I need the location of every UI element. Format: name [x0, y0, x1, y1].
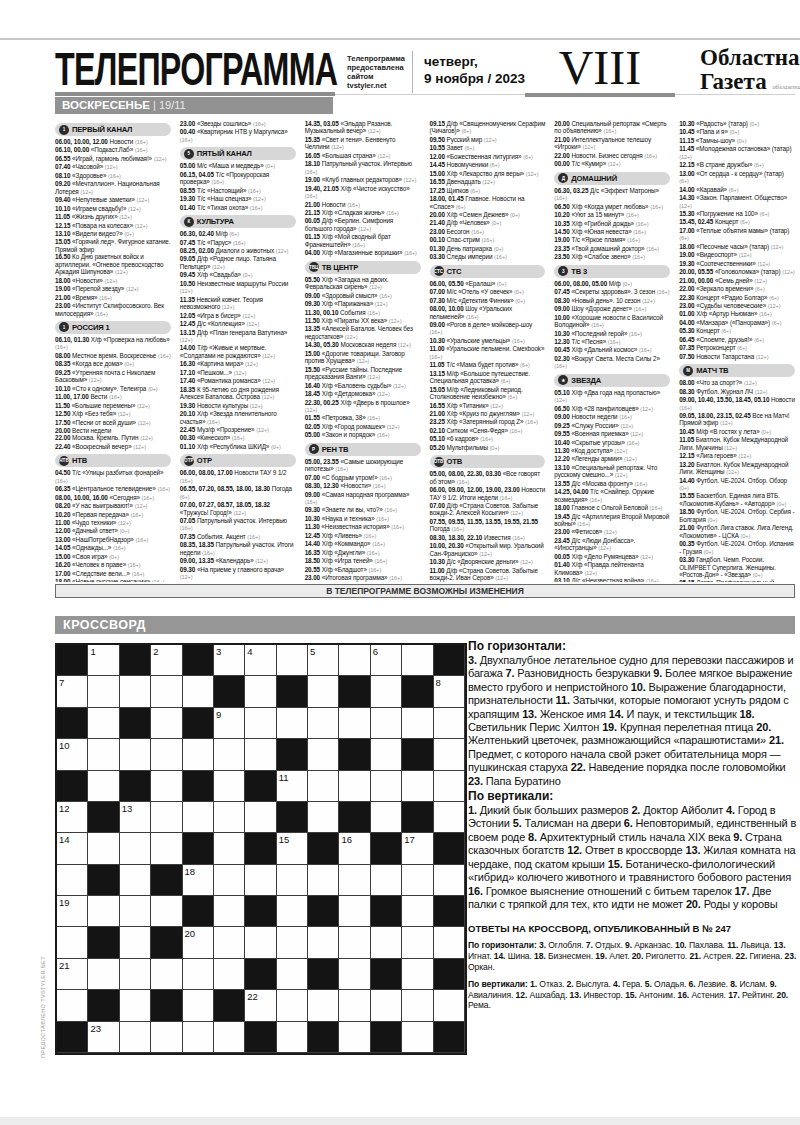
program-line: 08.30 Футбол. Журнал ЛЧ (12+): [679, 388, 795, 396]
crossword-cell[interactable]: [214, 865, 245, 896]
crossword-cell[interactable]: [57, 865, 88, 896]
age-rating: (12+): [133, 444, 146, 450]
crossword-cell[interactable]: [214, 959, 245, 990]
age-rating: (16+): [135, 139, 148, 145]
channel-logo-icon: Р: [309, 444, 319, 454]
crossword-cell[interactable]: [277, 927, 308, 958]
crossword-cell[interactable]: [88, 896, 119, 927]
age-rating: (0+): [510, 212, 520, 218]
channel-header: 5ПЯТЫЙ КАНАЛ: [180, 147, 296, 160]
program-line: 00.45 Х/ф «Дальний космос» (16+): [554, 346, 670, 354]
age-rating: (16+): [646, 246, 659, 252]
program-line: 08.00, 10.00, 16.00 «Сегодня» (16+): [55, 494, 171, 502]
crossword-cell[interactable]: 18: [183, 865, 214, 896]
program-line: 06.00, 10.00, 12.00 Новости (16+): [55, 138, 171, 146]
program-line: 09.00 Шоу «Дороже денег» (16+): [554, 305, 670, 313]
program-line: 20.10 Х/ф «Звезда пленительного счастья»…: [180, 410, 296, 426]
program-line: 11.50 Х/ф «Пираты XX века» (12+): [305, 317, 421, 325]
crossword-black-cell: [277, 739, 308, 770]
program-line: 06.50 Х/ф «Когда умрет любовь» (16+): [554, 203, 670, 211]
crossword-cell[interactable]: [371, 927, 402, 958]
channel-logo-icon: 1: [59, 125, 69, 135]
crossword-cell[interactable]: [339, 708, 370, 739]
program-line: 08.35 «Когда все дома» (0+): [55, 360, 171, 368]
age-rating: (6+): [760, 211, 770, 217]
age-rating: (6+): [456, 204, 466, 210]
crossword-black-cell: [57, 1022, 88, 1053]
crossword-cell[interactable]: [151, 959, 182, 990]
crossword-cell[interactable]: [120, 990, 151, 1021]
age-rating: (6+): [462, 128, 472, 134]
crossword-cell[interactable]: [277, 865, 308, 896]
crossword-cell[interactable]: [402, 896, 433, 927]
crossword-cell[interactable]: [120, 1022, 151, 1053]
crossword-cell[interactable]: [57, 990, 88, 1021]
program-line: 07.45 Т/с «Парус» (16+): [180, 239, 296, 247]
crossword-cell[interactable]: [339, 959, 370, 990]
crossword-cell[interactable]: [151, 1022, 182, 1053]
crossword-cell[interactable]: [88, 959, 119, 990]
crossword-cell[interactable]: [434, 802, 465, 833]
clue-number: 23: [90, 1023, 101, 1034]
crossword-black-cell: [277, 676, 308, 707]
age-rating: (12+): [522, 411, 535, 417]
age-rating: (16+): [554, 363, 567, 369]
brand-line: Газета облгазета.рф: [700, 70, 800, 99]
age-rating: (12+): [247, 321, 260, 327]
crossword-cell[interactable]: [402, 927, 433, 958]
crossword-cell[interactable]: 7: [57, 676, 88, 707]
crossword-cell[interactable]: [339, 645, 370, 676]
crossword-cell[interactable]: [402, 708, 433, 739]
crossword-cell[interactable]: [120, 927, 151, 958]
crossword-cell[interactable]: [339, 771, 370, 802]
age-rating: (12+): [482, 179, 495, 185]
program-line: 13.10 «Видели видео?» (0+): [55, 230, 171, 238]
clue-number: 3: [216, 646, 221, 657]
crossword-cell[interactable]: [434, 771, 465, 802]
brand-line: Областная: [700, 46, 800, 70]
crossword-cell[interactable]: 4: [245, 645, 276, 676]
tv-columns: 1ПЕРВЫЙ КАНАЛ06.00, 10.00, 12.00 Новости…: [55, 120, 795, 582]
crossword-grid: 1234567891011121314151617181920212223: [55, 643, 467, 1055]
crossword-black-cell: [120, 771, 151, 802]
crossword-cell[interactable]: [245, 676, 276, 707]
crossword-cell[interactable]: [214, 927, 245, 958]
crossword-cell[interactable]: 20: [183, 927, 214, 958]
clue-number: 20: [185, 928, 196, 939]
program-line: 00.35 Футбол. ЧЕ-2024. Отбор. Испания - …: [679, 540, 795, 556]
age-rating: (16+): [135, 147, 148, 153]
crossword-black-cell: [308, 1022, 339, 1053]
program-line: 13.00 «От сердца - к сердцу» (татар) (6+…: [679, 170, 795, 186]
age-rating: (12+): [726, 469, 739, 475]
program-line: 11.30 «Неизвестная история» (16+): [305, 523, 421, 531]
crossword-cell[interactable]: [371, 771, 402, 802]
program-line: 02.05 Х/ф «Город ромашек» (12+): [305, 423, 421, 431]
crossword-cell[interactable]: [308, 708, 339, 739]
crossword-cell[interactable]: [183, 802, 214, 833]
program-line: 13.35 «Алексей Баталов. Человек без недо…: [305, 325, 421, 341]
crossword-cell[interactable]: [308, 865, 339, 896]
crossword-cell[interactable]: [120, 896, 151, 927]
age-rating: (16+): [389, 575, 402, 581]
program-line: 17.50 «Песни от всей души» (12+): [55, 419, 171, 427]
age-rating: (6+): [729, 187, 739, 193]
crossword-cell[interactable]: [88, 739, 119, 770]
crossword-cell[interactable]: [151, 676, 182, 707]
crossword-cell[interactable]: [151, 739, 182, 770]
program-line: 15.00 «Дорогие товарищи. Заговор против …: [305, 350, 421, 366]
age-rating: (16+): [233, 240, 246, 246]
crossword-cell[interactable]: [120, 865, 151, 896]
program-line: 23.00 «Звезды сошлись» (16+): [180, 120, 296, 128]
crossword-cell[interactable]: 16: [339, 833, 370, 864]
clue-number: 19: [59, 897, 70, 908]
crossword-cell[interactable]: 14: [57, 833, 88, 864]
crossword-black-cell: [339, 802, 370, 833]
crossword-cell[interactable]: [371, 865, 402, 896]
crossword-black-cell: [371, 896, 402, 927]
program-line: 16.40 Х/ф «Баловень судьбы» (12+): [305, 382, 421, 390]
age-rating: (16+): [633, 229, 646, 235]
crossword-cell[interactable]: 12: [57, 802, 88, 833]
crossword-cell[interactable]: [245, 708, 276, 739]
program-line: 07.05 Патрульный участок. Интервью (16+): [180, 517, 296, 533]
age-rating: (12+): [608, 161, 621, 167]
crossword-cell[interactable]: [214, 896, 245, 927]
channel-name: ОТВ: [447, 457, 462, 466]
age-rating: (16+): [635, 481, 648, 487]
crossword-cell[interactable]: [88, 771, 119, 802]
channel-name: ОТР: [197, 456, 212, 465]
crossword-cell[interactable]: [308, 739, 339, 770]
program-line: 09.30 «Знаете ли вы, что?» (16+): [305, 506, 421, 514]
program-line: 10.40 «Скрытые угрозы» (16+): [554, 439, 670, 447]
crossword-cell[interactable]: [402, 645, 433, 676]
program-line: 10.30 «Последний герой» (16+): [554, 330, 670, 338]
crossword-cell[interactable]: [151, 771, 182, 802]
program-line: 21.00 Интеллектуальное телешоу «Игроки» …: [554, 136, 670, 152]
program-line: 10.30 «Наука и техника» (16+): [305, 515, 421, 523]
program-line: 10.45 М/ф «В гостях у лета» (0+): [679, 428, 795, 436]
crossword-black-cell: [183, 771, 214, 802]
crossword-cell[interactable]: [371, 990, 402, 1021]
crossword-cell[interactable]: 17: [402, 833, 433, 864]
crossword-cell[interactable]: [183, 1022, 214, 1053]
crossword-cell[interactable]: [277, 896, 308, 927]
age-rating: (12+): [640, 406, 653, 412]
channel-header: РРЕН ТВ: [305, 443, 421, 456]
crossword-cell[interactable]: [214, 802, 245, 833]
crossword-cell[interactable]: [402, 1022, 433, 1053]
age-rating: (12+): [126, 286, 139, 292]
horizontal-clues: 3. Двухпалубное летательное судно для пе…: [468, 654, 798, 788]
crossword-cell[interactable]: [277, 990, 308, 1021]
crossword-cell[interactable]: [339, 896, 370, 927]
crossword-cell[interactable]: [402, 771, 433, 802]
crossword-cell[interactable]: 10: [57, 739, 88, 770]
crossword-cell[interactable]: [277, 1022, 308, 1053]
program-line: 09.05, 18.00, 23.15, 02.45 Все на Матч! …: [679, 412, 795, 428]
crossword-cell[interactable]: [434, 708, 465, 739]
crossword-cell[interactable]: [245, 739, 276, 770]
issue-day: 9 ноября / 2023: [424, 70, 525, 87]
program-line: 08.35, 18.35 Патрульный участок. Итоги н…: [180, 541, 296, 557]
program-line: 19.30 Новости культуры (12+): [180, 402, 296, 410]
age-rating: (16+): [632, 254, 645, 260]
crossword-cell[interactable]: [151, 802, 182, 833]
crossword-cell[interactable]: [245, 865, 276, 896]
crossword-cell[interactable]: [339, 990, 370, 1021]
channel-logo-icon: ТВЦ: [309, 262, 319, 272]
crossword-cell[interactable]: [214, 739, 245, 770]
age-rating: (12+): [375, 301, 388, 307]
crossword-cell[interactable]: [245, 802, 276, 833]
crossword-black-cell: [120, 645, 151, 676]
crossword-black-cell: [88, 990, 119, 1021]
clue-number: 4: [247, 646, 252, 657]
crossword-cell[interactable]: [402, 959, 433, 990]
age-rating: (0+): [622, 281, 632, 287]
provider-line: сайтом: [347, 72, 405, 81]
program-line: 14.35, 03.05 «Эльдар Рязанов. Музыкальны…: [305, 120, 421, 136]
age-rating: (6+): [470, 188, 480, 194]
program-line: 06.35 «Центральное телевидение» (16+): [55, 485, 171, 493]
age-rating: (6+): [772, 320, 782, 326]
program-line: 18.10 Патрульный участок. Интервью (16+): [305, 160, 421, 176]
age-rating: (12+): [368, 128, 381, 134]
crossword-black-cell: [402, 739, 433, 770]
age-rating: (16+): [554, 195, 567, 201]
age-rating: (12+): [358, 226, 371, 232]
program-line: 17.40 «Романтика романса» (12+): [180, 377, 296, 385]
age-rating: (16+): [369, 567, 382, 573]
crossword-cell[interactable]: [214, 1022, 245, 1053]
age-rating: (16+): [305, 193, 318, 199]
crossword-cell[interactable]: [120, 959, 151, 990]
program-line: 08.20 «У нас выигрывают!» (12+): [55, 502, 171, 510]
age-rating: (12+): [393, 383, 406, 389]
age-rating: (12+): [118, 520, 131, 526]
channel-logo-icon: 1: [59, 322, 69, 332]
program-line: 11.50 «Большие перемены» (12+): [55, 402, 171, 410]
crossword-cell[interactable]: 13: [120, 802, 151, 833]
crossword-cell[interactable]: 6: [371, 645, 402, 676]
program-line: 12.15 «Повара на колесах» (12+): [55, 222, 171, 230]
age-rating: (12+): [738, 453, 751, 459]
age-rating: (12+): [620, 423, 633, 429]
age-rating: (12+): [245, 361, 258, 367]
crossword-cell[interactable]: 22: [245, 990, 276, 1021]
age-rating: (12+): [583, 144, 596, 150]
crossword-cell[interactable]: [183, 739, 214, 770]
age-rating: (6+): [740, 219, 750, 225]
age-rating: (16+): [634, 306, 647, 312]
program-line: 01.40 Т/с «Тихая охота» (16+): [180, 204, 296, 212]
crossword-cell[interactable]: [120, 676, 151, 707]
program-line: 09.50 Русский мир (12+): [430, 136, 546, 144]
program-line: 03.10 Д/с «Неизвестная война» (16+): [554, 577, 670, 582]
crossword-cell[interactable]: [183, 676, 214, 707]
crossword-cell[interactable]: [245, 927, 276, 958]
page-number: VIII: [525, 40, 675, 95]
crossword-cell[interactable]: [214, 771, 245, 802]
program-line: 03.30 Следы империи (16+): [430, 253, 546, 261]
clue-number: 10: [59, 740, 70, 751]
tv-column: 09.15 Д/ф «Священномученик Серафим (Чича…: [430, 120, 546, 582]
day-header: ВОСКРЕСЕНЬЕ | 19/11: [55, 97, 333, 114]
crossword-cell[interactable]: [434, 865, 465, 896]
age-rating: (6+): [679, 178, 689, 184]
program-line: 22.40 «Воскресный вечер» (12+): [55, 443, 171, 451]
age-rating: (16+): [250, 205, 263, 211]
crossword-cell[interactable]: [402, 865, 433, 896]
crossword-black-cell: [245, 833, 276, 864]
crossword-cell[interactable]: [151, 708, 182, 739]
program-line: 12.30 Т/с «Песня» (16+): [554, 338, 670, 346]
program-line: 08.30, 12.30 «Новости» (16+): [305, 482, 421, 490]
age-rating: (12+): [262, 353, 275, 359]
crossword-cell[interactable]: [402, 990, 433, 1021]
crossword-cell[interactable]: [371, 739, 402, 770]
age-rating: (6+): [754, 337, 764, 343]
crossword-cell[interactable]: 1: [88, 645, 119, 676]
crossword-cell[interactable]: [57, 927, 88, 958]
age-rating: (12+): [554, 397, 567, 403]
crossword-cell[interactable]: [151, 833, 182, 864]
program-line: 14.00 «Каравай» (6+): [679, 186, 795, 194]
crossword-cell[interactable]: 21: [57, 959, 88, 990]
program-line: 12.50 Х/ф «Без тебя» (12+): [55, 410, 171, 418]
crossword-cell[interactable]: [183, 959, 214, 990]
crossword-cell[interactable]: [371, 802, 402, 833]
crossword-cell[interactable]: 2: [151, 645, 182, 676]
age-rating: (12+): [720, 420, 733, 426]
crossword-cell[interactable]: [88, 708, 119, 739]
crossword-cell[interactable]: [183, 990, 214, 1021]
crossword-black-cell: [339, 676, 370, 707]
clue-number: 22: [247, 991, 258, 1002]
age-rating: (16+): [650, 505, 663, 511]
age-rating: (12+): [80, 189, 93, 195]
program-line: 07.00 Д/ф «Страна Советов. Забытые вожди…: [430, 502, 546, 518]
age-rating: (0+): [777, 501, 787, 507]
age-rating: (0+): [515, 298, 525, 304]
channel-name: НТВ: [72, 456, 87, 465]
crossword-cell[interactable]: 5: [308, 645, 339, 676]
crossword-cell[interactable]: [339, 927, 370, 958]
age-rating: (16+): [113, 545, 126, 551]
program-line: 23.00 Бесогон (16+): [430, 228, 546, 236]
age-rating: (16+): [589, 497, 602, 503]
crossword-cell[interactable]: [308, 927, 339, 958]
crossword-cell[interactable]: [308, 990, 339, 1021]
clue-number: 15: [279, 834, 290, 845]
program-line: 23.00 «Итоговая программа» (16+): [305, 574, 421, 582]
crossword-cell[interactable]: 23: [88, 1022, 119, 1053]
age-rating: (6+): [679, 235, 689, 241]
crossword-cell[interactable]: 8: [434, 676, 465, 707]
masthead: ТЕЛЕПРОГРАММА Телепрограмма предоставлен…: [55, 48, 795, 100]
program-line: 01.00 Х/ф «Артур Ньюман» (16+): [679, 310, 795, 318]
program-line: 20.00 Х/ф «Семен Дежнев» (0+): [430, 211, 546, 219]
program-line: 00.30 «Кинескоп» (16+): [180, 434, 296, 442]
age-rating: (16+): [512, 338, 525, 344]
program-line: 09.00, 10.40, 15.50, 18.45, 05.10 Новост…: [679, 396, 795, 412]
crossword-cell[interactable]: [277, 645, 308, 676]
age-rating: (12+): [180, 337, 193, 343]
program-line: 16.50 Ко Дню ракетных войск и артиллерии…: [55, 253, 171, 276]
program-line: 08.30, 18.30, 22.10 Известия (16+): [430, 534, 546, 542]
program-line: 23.00 «Фетисов» (12+): [554, 528, 670, 536]
channel-header: ТВЦТВ ЦЕНТР: [305, 261, 421, 274]
channel-logo-icon: 3: [558, 266, 568, 276]
channel-logo-icon: ОТВ: [434, 457, 444, 467]
crossword-cell[interactable]: [339, 1022, 370, 1053]
crossword-cell[interactable]: [151, 896, 182, 927]
crossword-cell[interactable]: [88, 833, 119, 864]
program-line: 10.30 Д/с «Дворянские деньги» (12+): [430, 558, 546, 566]
age-rating: (12+): [744, 380, 757, 386]
crossword-cell[interactable]: [339, 865, 370, 896]
program-line: 14.05 «Однажды...» (16+): [55, 544, 171, 552]
crossword-cell[interactable]: [308, 771, 339, 802]
age-rating: (0+): [109, 554, 119, 560]
age-rating: (16+): [603, 128, 616, 134]
crossword-cell[interactable]: [120, 833, 151, 864]
age-rating: (16+): [627, 237, 640, 243]
program-line: 23.35 «Твой домашний доктор» (16+): [554, 245, 670, 253]
age-rating: (12+): [262, 378, 275, 384]
program-line: 12.15 «В стране дружбы» (6+): [679, 161, 795, 169]
crossword-cell[interactable]: [120, 739, 151, 770]
age-rating: (12+): [598, 545, 611, 551]
age-rating: (16+): [650, 204, 663, 210]
age-rating: (16+): [372, 541, 385, 547]
age-rating: (12+): [118, 411, 131, 417]
answers-label: По вертикали:: [468, 979, 530, 989]
crossword-cell[interactable]: [308, 802, 339, 833]
changes-note: В ТЕЛЕПРОГРАММЕ ВОЗМОЖНЫ ИЗМЕНЕНИЯ: [55, 584, 795, 598]
crossword-cell[interactable]: [277, 959, 308, 990]
crossword-cell[interactable]: [371, 676, 402, 707]
program-line: 07.00 «С бодрым утром!» (16+): [305, 474, 421, 482]
program-line: 18.00, 01.45 Главное. Новости на «Спасе»…: [430, 195, 546, 211]
crossword-cell[interactable]: [434, 990, 465, 1021]
crossword-cell[interactable]: [277, 708, 308, 739]
age-rating: (16+): [131, 512, 144, 518]
crossword-cell[interactable]: 3: [214, 645, 245, 676]
crossword-cell[interactable]: [371, 708, 402, 739]
crossword-cell[interactable]: 11: [277, 771, 308, 802]
age-rating: (6+): [229, 231, 239, 237]
crossword-cell[interactable]: [434, 739, 465, 770]
crossword-cell[interactable]: [214, 833, 245, 864]
program-line: 01.15 Х/ф «Мой сводный брат Франкенштейн…: [305, 233, 421, 249]
crossword-cell[interactable]: [434, 927, 465, 958]
channel-logo-icon: К: [184, 217, 194, 227]
program-line: 15.30 «Погружение на 100» (6+): [679, 210, 795, 218]
crossword-cell[interactable]: 9: [214, 708, 245, 739]
crossword-cell[interactable]: [308, 676, 339, 707]
crossword-cell[interactable]: [88, 676, 119, 707]
crossword-cell[interactable]: 19: [57, 896, 88, 927]
program-line: 23.50 Х/ф «Слабое звено» (16+): [554, 253, 670, 261]
crossword-cell[interactable]: 15: [277, 833, 308, 864]
channel-logo-icon: 5: [184, 149, 194, 159]
program-line: 06.00, 05.50 «Ералаш» (0+): [430, 280, 546, 288]
